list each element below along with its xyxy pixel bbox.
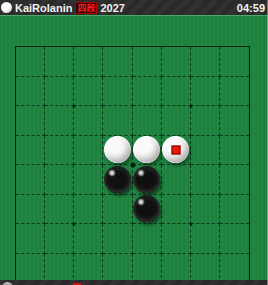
board-cell-b6[interactable]: [45, 195, 74, 225]
board-cell-a2[interactable]: [16, 77, 45, 107]
board-cell-a6[interactable]: [16, 195, 45, 225]
board-cell-g3[interactable]: [191, 106, 220, 136]
board: ●●●●●●: [15, 46, 250, 284]
board-cell-d8[interactable]: [103, 254, 132, 284]
board-cell-e4[interactable]: ●: [133, 136, 162, 166]
board-cell-a8[interactable]: [16, 254, 45, 284]
board-cell-a4[interactable]: [16, 136, 45, 166]
board-cell-b4[interactable]: [45, 136, 74, 166]
board-cell-b1[interactable]: [45, 47, 74, 77]
board-cell-a1[interactable]: [16, 47, 45, 77]
rank-badge: 四段: [75, 2, 97, 14]
board-cell-f5[interactable]: [162, 165, 191, 195]
black-disc: ●: [133, 195, 160, 222]
board-cell-f2[interactable]: [162, 77, 191, 107]
board-cell-e1[interactable]: [133, 47, 162, 77]
board-cell-g4[interactable]: [191, 136, 220, 166]
star-point: [73, 223, 76, 226]
bottom-player-bar: [0, 280, 268, 285]
board-cell-h2[interactable]: [220, 77, 249, 107]
board-cell-e6[interactable]: ●: [133, 195, 162, 225]
black-disc: ●: [104, 166, 131, 193]
board-cell-a5[interactable]: [16, 165, 45, 195]
board-cell-c7[interactable]: [74, 224, 103, 254]
board-cell-d5[interactable]: ●: [103, 165, 132, 195]
star-point: [189, 105, 192, 108]
board-cell-f4[interactable]: ●: [162, 136, 191, 166]
disc-highlight: [108, 169, 116, 177]
board-cell-c4[interactable]: [74, 136, 103, 166]
board-cell-e5[interactable]: ●: [133, 165, 162, 195]
board-cell-g1[interactable]: [191, 47, 220, 77]
board-cell-e3[interactable]: [133, 106, 162, 136]
board-cell-a7[interactable]: [16, 224, 45, 254]
top-player-bar: KaiRolanin 四段 2027 04:59: [0, 0, 268, 15]
board-cell-h6[interactable]: [220, 195, 249, 225]
white-disc: ●: [162, 136, 189, 163]
white-disc: ●: [133, 136, 160, 163]
player-rating: 2027: [100, 2, 124, 14]
disc-glyph: ●: [133, 195, 160, 222]
game-window: KaiRolanin 四段 2027 04:59 ●●●●●●: [0, 0, 268, 285]
board-cell-d1[interactable]: [103, 47, 132, 77]
board-cell-d4[interactable]: ●: [103, 136, 132, 166]
board-cell-g5[interactable]: [191, 165, 220, 195]
board-cell-d2[interactable]: [103, 77, 132, 107]
board-cell-h7[interactable]: [220, 224, 249, 254]
board-cell-e8[interactable]: [133, 254, 162, 284]
board-cell-g6[interactable]: [191, 195, 220, 225]
black-disc: ●: [133, 166, 160, 193]
disc-glyph: ●: [104, 136, 131, 163]
board-cell-b3[interactable]: [45, 106, 74, 136]
board-cell-h8[interactable]: [220, 254, 249, 284]
board-cell-g2[interactable]: [191, 77, 220, 107]
board-cell-b7[interactable]: [45, 224, 74, 254]
board-cell-h3[interactable]: [220, 106, 249, 136]
board-cell-f6[interactable]: [162, 195, 191, 225]
board-cell-g7[interactable]: [191, 224, 220, 254]
board-cell-h4[interactable]: [220, 136, 249, 166]
star-point: [73, 105, 76, 108]
board-background: ●●●●●●: [0, 15, 268, 280]
window-right-edge: [267, 0, 268, 285]
board-cell-d3[interactable]: [103, 106, 132, 136]
board-cell-c6[interactable]: [74, 195, 103, 225]
board-cell-c3[interactable]: [74, 106, 103, 136]
player-clock: 04:59: [237, 2, 265, 14]
star-point: [189, 223, 192, 226]
board-cell-g8[interactable]: [191, 254, 220, 284]
disc-glyph: ●: [104, 166, 131, 193]
board-cell-c5[interactable]: [74, 165, 103, 195]
center-star-point: [130, 163, 135, 168]
board-cell-h5[interactable]: [220, 165, 249, 195]
board-cell-b8[interactable]: [45, 254, 74, 284]
disc-glyph: ●: [133, 136, 160, 163]
last-move-marker: [171, 145, 180, 154]
board-cell-h1[interactable]: [220, 47, 249, 77]
board-cell-e7[interactable]: [133, 224, 162, 254]
board-cell-d7[interactable]: [103, 224, 132, 254]
board-cell-b2[interactable]: [45, 77, 74, 107]
board-cell-f7[interactable]: [162, 224, 191, 254]
player-name: KaiRolanin: [15, 2, 72, 14]
white-disc-icon: [1, 2, 12, 13]
board-cell-c2[interactable]: [74, 77, 103, 107]
board-cell-f8[interactable]: [162, 254, 191, 284]
board-cell-f1[interactable]: [162, 47, 191, 77]
board-cell-c8[interactable]: [74, 254, 103, 284]
board-cell-f3[interactable]: [162, 106, 191, 136]
disc-highlight: [137, 169, 145, 177]
board-cell-b5[interactable]: [45, 165, 74, 195]
white-disc: ●: [104, 136, 131, 163]
board-cell-d6[interactable]: [103, 195, 132, 225]
disc-glyph: ●: [133, 166, 160, 193]
board-cell-c1[interactable]: [74, 47, 103, 77]
board-cell-e2[interactable]: [133, 77, 162, 107]
disc-highlight: [137, 198, 145, 206]
board-cell-a3[interactable]: [16, 106, 45, 136]
